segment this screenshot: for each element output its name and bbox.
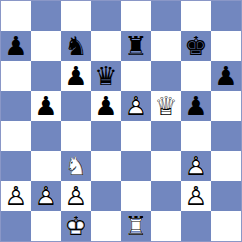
- square-a3[interactable]: [1, 151, 31, 181]
- piece-outline-glyph: ♔: [61, 211, 91, 241]
- square-a6[interactable]: [1, 61, 31, 91]
- piece-fill-glyph: ♟: [211, 61, 241, 91]
- square-h3[interactable]: [211, 151, 241, 181]
- piece-outline-glyph: ♕: [151, 91, 181, 121]
- square-b4[interactable]: [31, 121, 61, 151]
- square-g2[interactable]: ♟♙: [181, 181, 211, 211]
- square-h2[interactable]: [211, 181, 241, 211]
- square-a2[interactable]: ♟♙: [1, 181, 31, 211]
- white-pawn[interactable]: ♟♙: [1, 181, 31, 211]
- piece-outline-glyph: ♙: [31, 181, 61, 211]
- white-queen[interactable]: ♛♕: [151, 91, 181, 121]
- piece-outline-glyph: ♘: [61, 151, 91, 181]
- black-knight[interactable]: ♞: [61, 31, 91, 61]
- square-f4[interactable]: [151, 121, 181, 151]
- piece-outline-glyph: ♙: [121, 91, 151, 121]
- square-g5[interactable]: ♟: [181, 91, 211, 121]
- piece-fill-glyph: ♞: [61, 31, 91, 61]
- piece-outline-glyph: ♙: [181, 181, 211, 211]
- white-pawn[interactable]: ♟♙: [31, 181, 61, 211]
- square-g3[interactable]: ♟♙: [181, 151, 211, 181]
- piece-outline-glyph: ♙: [181, 151, 211, 181]
- square-c1[interactable]: ♚♔: [61, 211, 91, 241]
- white-king[interactable]: ♚♔: [61, 211, 91, 241]
- square-c8[interactable]: [61, 1, 91, 31]
- piece-fill-glyph: ♟: [181, 91, 211, 121]
- square-b7[interactable]: [31, 31, 61, 61]
- square-a8[interactable]: [1, 1, 31, 31]
- square-f1[interactable]: [151, 211, 181, 241]
- square-e1[interactable]: ♜♖: [121, 211, 151, 241]
- square-h8[interactable]: [211, 1, 241, 31]
- square-g6[interactable]: [181, 61, 211, 91]
- chess-board: ♟♞♜♚♟♛♟♟♟♟♙♛♕♟♞♘♟♙♟♙♟♙♟♙♟♙♚♔♜♖: [0, 0, 242, 242]
- piece-fill-glyph: ♜: [121, 31, 151, 61]
- square-g4[interactable]: [181, 121, 211, 151]
- square-h7[interactable]: [211, 31, 241, 61]
- black-king[interactable]: ♚: [181, 31, 211, 61]
- square-h5[interactable]: [211, 91, 241, 121]
- white-pawn[interactable]: ♟♙: [181, 181, 211, 211]
- square-d2[interactable]: [91, 181, 121, 211]
- square-e7[interactable]: ♜: [121, 31, 151, 61]
- white-rook[interactable]: ♜♖: [121, 211, 151, 241]
- piece-outline-glyph: ♙: [1, 181, 31, 211]
- square-d1[interactable]: [91, 211, 121, 241]
- square-d5[interactable]: ♟: [91, 91, 121, 121]
- square-b1[interactable]: [31, 211, 61, 241]
- black-pawn[interactable]: ♟: [181, 91, 211, 121]
- square-g8[interactable]: [181, 1, 211, 31]
- square-d3[interactable]: [91, 151, 121, 181]
- square-h6[interactable]: ♟: [211, 61, 241, 91]
- piece-fill-glyph: ♚: [181, 31, 211, 61]
- square-c4[interactable]: [61, 121, 91, 151]
- square-h4[interactable]: [211, 121, 241, 151]
- piece-fill-glyph: ♟: [1, 31, 31, 61]
- square-f8[interactable]: [151, 1, 181, 31]
- black-pawn[interactable]: ♟: [61, 61, 91, 91]
- square-a5[interactable]: [1, 91, 31, 121]
- square-f6[interactable]: [151, 61, 181, 91]
- square-b5[interactable]: ♟: [31, 91, 61, 121]
- square-d6[interactable]: ♛: [91, 61, 121, 91]
- square-f2[interactable]: [151, 181, 181, 211]
- square-d7[interactable]: [91, 31, 121, 61]
- square-f7[interactable]: [151, 31, 181, 61]
- white-pawn[interactable]: ♟♙: [121, 91, 151, 121]
- black-pawn[interactable]: ♟: [31, 91, 61, 121]
- piece-fill-glyph: ♛: [91, 61, 121, 91]
- square-c5[interactable]: [61, 91, 91, 121]
- square-f3[interactable]: [151, 151, 181, 181]
- piece-fill-glyph: ♟: [91, 91, 121, 121]
- square-c2[interactable]: ♟♙: [61, 181, 91, 211]
- black-pawn[interactable]: ♟: [91, 91, 121, 121]
- square-f5[interactable]: ♛♕: [151, 91, 181, 121]
- square-e3[interactable]: [121, 151, 151, 181]
- square-g1[interactable]: [181, 211, 211, 241]
- square-c6[interactable]: ♟: [61, 61, 91, 91]
- white-pawn[interactable]: ♟♙: [61, 181, 91, 211]
- square-g7[interactable]: ♚: [181, 31, 211, 61]
- piece-outline-glyph: ♖: [121, 211, 151, 241]
- square-d4[interactable]: [91, 121, 121, 151]
- square-c7[interactable]: ♞: [61, 31, 91, 61]
- square-b3[interactable]: [31, 151, 61, 181]
- square-e8[interactable]: [121, 1, 151, 31]
- square-e6[interactable]: [121, 61, 151, 91]
- square-b8[interactable]: [31, 1, 61, 31]
- black-pawn[interactable]: ♟: [211, 61, 241, 91]
- piece-outline-glyph: ♙: [61, 181, 91, 211]
- piece-fill-glyph: ♟: [61, 61, 91, 91]
- square-e5[interactable]: ♟♙: [121, 91, 151, 121]
- square-e2[interactable]: [121, 181, 151, 211]
- square-b6[interactable]: [31, 61, 61, 91]
- white-pawn[interactable]: ♟♙: [181, 151, 211, 181]
- square-a7[interactable]: ♟: [1, 31, 31, 61]
- piece-fill-glyph: ♟: [31, 91, 61, 121]
- black-pawn[interactable]: ♟: [1, 31, 31, 61]
- square-c3[interactable]: ♞♘: [61, 151, 91, 181]
- square-e4[interactable]: [121, 121, 151, 151]
- square-a1[interactable]: [1, 211, 31, 241]
- square-d8[interactable]: [91, 1, 121, 31]
- black-queen[interactable]: ♛: [91, 61, 121, 91]
- white-knight[interactable]: ♞♘: [61, 151, 91, 181]
- square-b2[interactable]: ♟♙: [31, 181, 61, 211]
- square-a4[interactable]: [1, 121, 31, 151]
- square-h1[interactable]: [211, 211, 241, 241]
- black-rook[interactable]: ♜: [121, 31, 151, 61]
